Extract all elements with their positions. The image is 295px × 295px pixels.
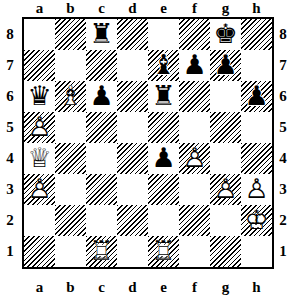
square-a5[interactable]: ♟♙ [24, 112, 55, 143]
square-f8[interactable] [179, 19, 210, 50]
rank-label-5: 5 [273, 112, 293, 143]
queen-outline-glyph: ♕ [24, 143, 55, 174]
pawn-outline-glyph: ♙ [179, 143, 210, 174]
square-a8[interactable] [24, 19, 55, 50]
square-d7[interactable] [117, 50, 148, 81]
square-h2[interactable]: ♚♔ [241, 205, 272, 236]
square-g3[interactable]: ♟♙ [210, 174, 241, 205]
piece-white-king[interactable]: ♚♔ [241, 205, 272, 236]
king-outline-glyph: ♔ [241, 205, 272, 236]
square-c4[interactable] [86, 143, 117, 174]
piece-black-queen[interactable]: ♛ [24, 81, 55, 112]
file-label-a: a [24, 0, 55, 16]
rank-labels-right: 87654321 [273, 19, 293, 267]
piece-white-queen[interactable]: ♛♕ [24, 143, 55, 174]
square-d5[interactable] [117, 112, 148, 143]
square-b3[interactable] [55, 174, 86, 205]
pawn-glyph: ♟ [210, 50, 241, 81]
square-c3[interactable] [86, 174, 117, 205]
rook-glyph: ♜ [86, 19, 117, 50]
square-e5[interactable] [148, 112, 179, 143]
pawn-glyph: ♟ [148, 143, 179, 174]
piece-black-pawn[interactable]: ♟ [148, 143, 179, 174]
file-label-c: c [86, 275, 117, 295]
square-c1[interactable]: ♜♖ [86, 236, 117, 267]
piece-white-pawn[interactable]: ♟♙ [24, 112, 55, 143]
square-e2[interactable] [148, 205, 179, 236]
file-label-e: e [148, 275, 179, 295]
rank-label-6: 6 [0, 81, 20, 112]
square-b4[interactable] [55, 143, 86, 174]
square-f4[interactable]: ♟♙ [179, 143, 210, 174]
square-e8[interactable] [148, 19, 179, 50]
file-labels-top: abcdefgh [24, 0, 272, 16]
square-f7[interactable]: ♟ [179, 50, 210, 81]
pawn-outline-glyph: ♙ [24, 174, 55, 205]
file-label-f: f [179, 0, 210, 16]
piece-black-king[interactable]: ♚ [210, 19, 241, 50]
rank-label-3: 3 [0, 174, 20, 205]
file-label-g: g [210, 275, 241, 295]
square-e4[interactable]: ♟ [148, 143, 179, 174]
file-label-e: e [148, 0, 179, 16]
square-g5[interactable] [210, 112, 241, 143]
rank-label-8: 8 [273, 19, 293, 50]
square-c7[interactable] [86, 50, 117, 81]
rank-label-4: 4 [273, 143, 293, 174]
king-glyph: ♚ [210, 19, 241, 50]
piece-white-rook[interactable]: ♜♖ [86, 236, 117, 267]
rank-label-2: 2 [273, 205, 293, 236]
square-f3[interactable] [179, 174, 210, 205]
square-f6[interactable] [179, 81, 210, 112]
square-d1[interactable] [117, 236, 148, 267]
file-label-a: a [24, 275, 55, 295]
file-label-c: c [86, 0, 117, 16]
file-label-d: d [117, 275, 148, 295]
square-g1[interactable] [210, 236, 241, 267]
square-b1[interactable] [55, 236, 86, 267]
rank-labels-left: 87654321 [0, 19, 20, 267]
rank-label-2: 2 [0, 205, 20, 236]
square-a7[interactable] [24, 50, 55, 81]
piece-black-bishop[interactable]: ♝ [148, 50, 179, 81]
piece-white-pawn[interactable]: ♟♙ [179, 143, 210, 174]
square-c8[interactable]: ♜ [86, 19, 117, 50]
piece-white-pawn[interactable]: ♟♙ [24, 174, 55, 205]
square-d2[interactable] [117, 205, 148, 236]
square-e1[interactable]: ♜♖ [148, 236, 179, 267]
rank-label-3: 3 [273, 174, 293, 205]
square-a3[interactable]: ♟♙ [24, 174, 55, 205]
square-h8[interactable] [241, 19, 272, 50]
bishop-outline-glyph: ♗ [55, 81, 86, 112]
piece-white-bishop[interactable]: ♝♗ [55, 81, 86, 112]
square-g8[interactable]: ♚ [210, 19, 241, 50]
square-a4[interactable]: ♛♕ [24, 143, 55, 174]
pawn-glyph: ♟ [86, 81, 117, 112]
square-d8[interactable] [117, 19, 148, 50]
rank-label-7: 7 [273, 50, 293, 81]
square-c5[interactable] [86, 112, 117, 143]
square-d4[interactable] [117, 143, 148, 174]
file-label-b: b [55, 0, 86, 16]
pawn-outline-glyph: ♙ [210, 174, 241, 205]
bishop-glyph: ♝ [148, 50, 179, 81]
piece-white-pawn[interactable]: ♟♙ [241, 174, 272, 205]
square-e7[interactable]: ♝ [148, 50, 179, 81]
piece-black-pawn[interactable]: ♟ [241, 81, 272, 112]
square-a6[interactable]: ♛ [24, 81, 55, 112]
square-e3[interactable] [148, 174, 179, 205]
square-c6[interactable]: ♟ [86, 81, 117, 112]
square-b2[interactable] [55, 205, 86, 236]
piece-black-rook[interactable]: ♜ [86, 19, 117, 50]
file-label-d: d [117, 0, 148, 16]
square-f1[interactable] [179, 236, 210, 267]
piece-black-pawn[interactable]: ♟ [179, 50, 210, 81]
square-h7[interactable] [241, 50, 272, 81]
square-g2[interactable] [210, 205, 241, 236]
square-h4[interactable] [241, 143, 272, 174]
square-d6[interactable] [117, 81, 148, 112]
piece-black-pawn[interactable]: ♟ [86, 81, 117, 112]
pawn-outline-glyph: ♙ [241, 174, 272, 205]
square-g4[interactable] [210, 143, 241, 174]
file-label-f: f [179, 275, 210, 295]
rank-label-5: 5 [0, 112, 20, 143]
rook-glyph: ♜ [148, 81, 179, 112]
square-h6[interactable]: ♟ [241, 81, 272, 112]
pawn-glyph: ♟ [241, 81, 272, 112]
pawn-glyph: ♟ [179, 50, 210, 81]
rank-label-8: 8 [0, 19, 20, 50]
rank-label-4: 4 [0, 143, 20, 174]
square-h5[interactable] [241, 112, 272, 143]
square-e6[interactable]: ♜ [148, 81, 179, 112]
square-a1[interactable] [24, 236, 55, 267]
square-f2[interactable] [179, 205, 210, 236]
file-label-h: h [241, 275, 272, 295]
chess-diagram: abcdefgh 87654321 ♜♚♝♟♟♛♝♗♟♜♟♟♙♛♕♟♟♙♟♙♟♙… [0, 0, 295, 295]
rook-outline-glyph: ♖ [148, 236, 179, 267]
chess-board: ♜♚♝♟♟♛♝♗♟♜♟♟♙♛♕♟♟♙♟♙♟♙♟♙♚♔♜♖♜♖ [22, 17, 274, 269]
piece-black-rook[interactable]: ♜ [148, 81, 179, 112]
file-labels-bottom: abcdefgh [24, 271, 272, 295]
file-label-g: g [210, 0, 241, 16]
rank-label-7: 7 [0, 50, 20, 81]
piece-white-pawn[interactable]: ♟♙ [210, 174, 241, 205]
square-b7[interactable] [55, 50, 86, 81]
square-g7[interactable]: ♟ [210, 50, 241, 81]
square-b6[interactable]: ♝♗ [55, 81, 86, 112]
square-b8[interactable] [55, 19, 86, 50]
rank-label-1: 1 [273, 236, 293, 267]
square-f5[interactable] [179, 112, 210, 143]
square-a2[interactable] [24, 205, 55, 236]
square-g6[interactable] [210, 81, 241, 112]
square-h1[interactable] [241, 236, 272, 267]
file-label-h: h [241, 0, 272, 16]
rank-label-1: 1 [0, 236, 20, 267]
rank-label-6: 6 [273, 81, 293, 112]
pawn-outline-glyph: ♙ [24, 112, 55, 143]
piece-black-pawn[interactable]: ♟ [210, 50, 241, 81]
square-d3[interactable] [117, 174, 148, 205]
square-b5[interactable] [55, 112, 86, 143]
file-label-b: b [55, 275, 86, 295]
square-c2[interactable] [86, 205, 117, 236]
queen-glyph: ♛ [24, 81, 55, 112]
piece-white-rook[interactable]: ♜♖ [148, 236, 179, 267]
rook-outline-glyph: ♖ [86, 236, 117, 267]
square-h3[interactable]: ♟♙ [241, 174, 272, 205]
